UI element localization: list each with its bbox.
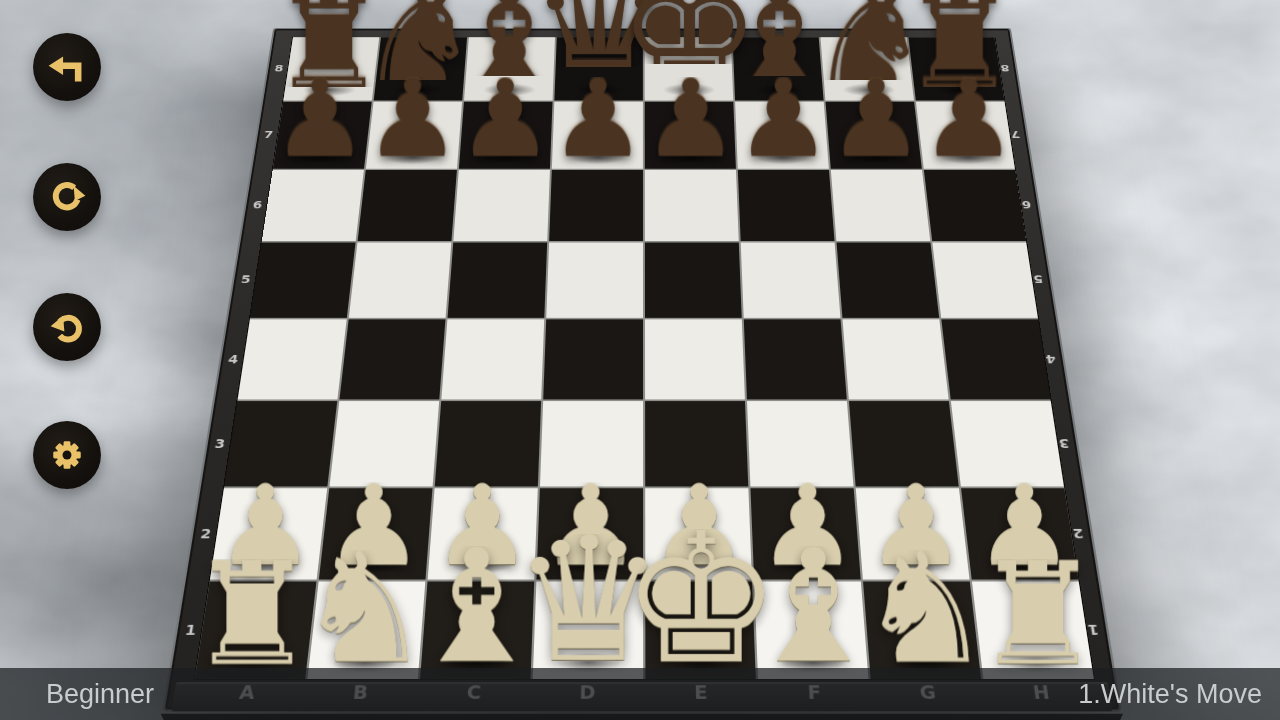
- move-indicator: 1.White's Move: [1078, 679, 1262, 710]
- chess-board[interactable]: ♜♞♝♛♚♝♞♜♟♟♟♟♟♟♟♟♟♟♟♟♟♟♟♟♜♞♝♛♚♝♞♜: [194, 37, 1096, 680]
- square-e7[interactable]: ♟: [645, 102, 736, 169]
- square-a7[interactable]: ♟: [273, 102, 372, 169]
- piece-black-pawn[interactable]: ♟: [549, 78, 646, 162]
- piece-black-pawn[interactable]: ♟: [827, 78, 924, 162]
- square-h4[interactable]: [941, 319, 1050, 399]
- square-c6[interactable]: [453, 170, 550, 241]
- square-a6[interactable]: [262, 170, 364, 241]
- rank-label-left-6: 6: [248, 199, 266, 211]
- square-c4[interactable]: [441, 319, 544, 399]
- piece-black-pawn[interactable]: ♟: [920, 78, 1017, 162]
- piece-black-pawn[interactable]: ♟: [642, 78, 739, 162]
- square-h6[interactable]: [924, 170, 1026, 241]
- square-e1[interactable]: ♚: [645, 581, 755, 679]
- square-f5[interactable]: [741, 243, 841, 318]
- square-f4[interactable]: [744, 319, 847, 399]
- square-a5[interactable]: [250, 243, 355, 318]
- square-f6[interactable]: [738, 170, 835, 241]
- board-scene: ♜♞♝♛♚♝♞♜♟♟♟♟♟♟♟♟♟♟♟♟♟♟♟♟♜♞♝♛♚♝♞♜ 8877665…: [225, 0, 1059, 720]
- square-a4[interactable]: [238, 319, 347, 399]
- undo-counterclockwise-icon: [46, 306, 88, 348]
- square-c7[interactable]: ♟: [459, 102, 553, 169]
- square-d7[interactable]: ♟: [552, 102, 643, 169]
- square-d6[interactable]: [549, 170, 643, 241]
- difficulty-label: Beginner: [46, 679, 154, 710]
- piece-black-pawn[interactable]: ♟: [364, 78, 461, 162]
- square-d4[interactable]: [543, 319, 643, 399]
- gear-icon: [45, 433, 89, 477]
- piece-white-king[interactable]: ♚: [620, 529, 781, 669]
- piece-white-rook[interactable]: ♜: [188, 558, 315, 669]
- square-h7[interactable]: ♟: [916, 102, 1015, 169]
- square-c1[interactable]: ♝: [420, 581, 534, 679]
- square-e6[interactable]: [645, 170, 739, 241]
- square-d5[interactable]: [546, 243, 643, 318]
- square-h1[interactable]: ♜: [972, 581, 1094, 679]
- square-b4[interactable]: [339, 319, 445, 399]
- turn-left-arrow-icon: [46, 46, 88, 88]
- square-b5[interactable]: [349, 243, 452, 318]
- rank-label-left-4: 4: [224, 352, 243, 365]
- piece-black-pawn[interactable]: ♟: [735, 78, 832, 162]
- square-f7[interactable]: ♟: [735, 102, 829, 169]
- square-c5[interactable]: [448, 243, 548, 318]
- settings-button[interactable]: [33, 421, 101, 489]
- piece-black-pawn[interactable]: ♟: [457, 78, 554, 162]
- piece-black-pawn[interactable]: ♟: [271, 78, 368, 162]
- board-tilt: ♜♞♝♛♚♝♞♜♟♟♟♟♟♟♟♟♟♟♟♟♟♟♟♟♜♞♝♛♚♝♞♜ 8877665…: [162, 28, 1122, 712]
- back-button[interactable]: [33, 33, 101, 101]
- rank-label-left-5: 5: [236, 273, 255, 285]
- piece-white-rook[interactable]: ♜: [974, 558, 1101, 669]
- square-g5[interactable]: [837, 243, 940, 318]
- undo-button[interactable]: [33, 293, 101, 361]
- status-bar: Beginner 1.White's Move: [0, 668, 1280, 720]
- square-h5[interactable]: [932, 243, 1038, 318]
- board-frame: ♜♞♝♛♚♝♞♜♟♟♟♟♟♟♟♟♟♟♟♟♟♟♟♟♜♞♝♛♚♝♞♜ 8877665…: [162, 28, 1122, 712]
- square-a1[interactable]: ♜: [195, 581, 317, 679]
- square-e5[interactable]: [645, 243, 742, 318]
- square-b6[interactable]: [358, 170, 457, 241]
- rank-label-right-5: 5: [1029, 273, 1048, 285]
- square-g6[interactable]: [831, 170, 930, 241]
- square-e4[interactable]: [645, 319, 745, 399]
- square-g7[interactable]: ♟: [826, 102, 922, 169]
- rank-label-left-3: 3: [210, 436, 230, 450]
- square-g4[interactable]: [843, 319, 949, 399]
- square-b7[interactable]: ♟: [366, 102, 462, 169]
- rotate-board-button[interactable]: [33, 163, 101, 231]
- piece-white-bishop[interactable]: ♝: [406, 547, 546, 669]
- rotate-clockwise-icon: [46, 176, 88, 218]
